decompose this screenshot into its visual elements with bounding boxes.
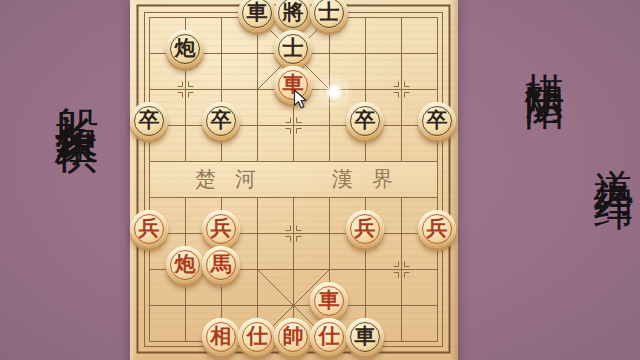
piece-glyph: 卒 bbox=[211, 110, 232, 131]
right-banner-text-1: 棋法阴阳 bbox=[517, 41, 572, 69]
piece-glyph: 兵 bbox=[427, 218, 448, 239]
video-frame: 船长象棋 棋法阴阳 道为经纬 楚河 漢界 車將士炮士車卒卒卒卒兵兵兵兵炮馬車相仕… bbox=[0, 0, 640, 360]
piece-black-卒[interactable]: 卒 bbox=[418, 102, 456, 140]
piece-glyph: 馬 bbox=[211, 254, 232, 275]
piece-red-炮[interactable]: 炮 bbox=[166, 246, 204, 284]
piece-glyph: 仕 bbox=[319, 326, 340, 347]
piece-red-兵[interactable]: 兵 bbox=[418, 210, 456, 248]
river-label-chu-he: 楚河 bbox=[185, 165, 275, 193]
river-label-han-jie: 漢界 bbox=[322, 165, 412, 193]
piece-black-卒[interactable]: 卒 bbox=[346, 102, 384, 140]
piece-red-馬[interactable]: 馬 bbox=[202, 246, 240, 284]
piece-red-兵[interactable]: 兵 bbox=[130, 210, 168, 248]
piece-glyph: 車 bbox=[355, 326, 376, 347]
piece-red-相[interactable]: 相 bbox=[202, 318, 240, 356]
piece-glyph: 車 bbox=[319, 290, 340, 311]
piece-black-士[interactable]: 士 bbox=[274, 30, 312, 68]
piece-glyph: 炮 bbox=[175, 38, 196, 59]
piece-red-帥[interactable]: 帥 bbox=[274, 318, 312, 356]
piece-red-仕[interactable]: 仕 bbox=[238, 318, 276, 356]
piece-red-兵[interactable]: 兵 bbox=[346, 210, 384, 248]
piece-glyph: 兵 bbox=[211, 218, 232, 239]
left-banner-text: 船长象棋 bbox=[47, 72, 106, 104]
piece-red-仕[interactable]: 仕 bbox=[310, 318, 348, 356]
piece-glyph: 車 bbox=[247, 2, 268, 23]
piece-red-兵[interactable]: 兵 bbox=[202, 210, 240, 248]
piece-glyph: 仕 bbox=[247, 326, 268, 347]
right-banner-text-2: 道为经纬 bbox=[586, 138, 640, 166]
piece-glyph: 士 bbox=[283, 38, 304, 59]
xiangqi-board[interactable]: 楚河 漢界 車將士炮士車卒卒卒卒兵兵兵兵炮馬車相仕帥仕車 bbox=[130, 0, 458, 360]
piece-glyph: 卒 bbox=[355, 110, 376, 131]
piece-glyph: 將 bbox=[283, 2, 304, 23]
piece-glyph: 卒 bbox=[427, 110, 448, 131]
piece-glyph: 車 bbox=[283, 74, 304, 95]
piece-red-車[interactable]: 車 bbox=[310, 282, 348, 320]
piece-glyph: 炮 bbox=[175, 254, 196, 275]
piece-glyph: 卒 bbox=[139, 110, 160, 131]
piece-black-卒[interactable]: 卒 bbox=[130, 102, 168, 140]
piece-black-車[interactable]: 車 bbox=[346, 318, 384, 356]
piece-red-車[interactable]: 車 bbox=[274, 66, 312, 104]
piece-glyph: 帥 bbox=[283, 326, 304, 347]
piece-black-卒[interactable]: 卒 bbox=[202, 102, 240, 140]
piece-glyph: 相 bbox=[211, 326, 232, 347]
piece-glyph: 士 bbox=[319, 2, 340, 23]
piece-black-炮[interactable]: 炮 bbox=[166, 30, 204, 68]
piece-glyph: 兵 bbox=[355, 218, 376, 239]
piece-glyph: 兵 bbox=[139, 218, 160, 239]
